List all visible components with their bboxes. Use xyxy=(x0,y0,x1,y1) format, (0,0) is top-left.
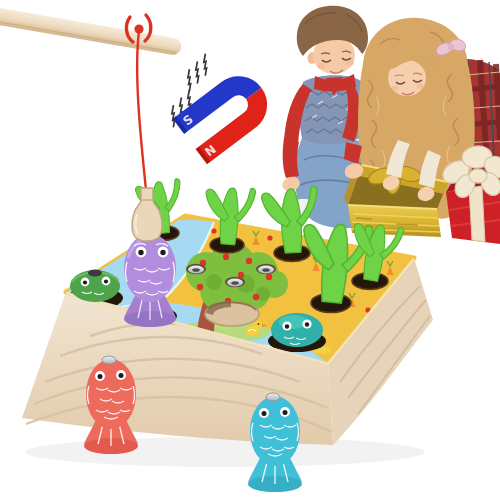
board-shadow xyxy=(25,437,425,467)
red-gift-ribbon xyxy=(469,186,485,242)
purple-fish-piece xyxy=(124,234,176,327)
metal-disc xyxy=(102,356,116,364)
scene-canvas: S N xyxy=(0,0,500,500)
product-photo[interactable]: S N xyxy=(0,0,500,500)
metal-disc xyxy=(266,393,280,401)
hole-front-center-empty xyxy=(205,302,259,326)
teal-fish-piece xyxy=(271,313,323,347)
metal-disc xyxy=(88,270,102,277)
